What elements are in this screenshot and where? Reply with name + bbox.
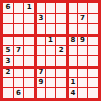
cell-r5c9[interactable]: [88, 46, 98, 56]
sudoku-board: 61371895723279164: [0, 0, 101, 101]
cell-r4c4[interactable]: [35, 35, 45, 45]
cell-r2c8[interactable]: 7: [78, 14, 88, 24]
cell-r5c2[interactable]: 7: [14, 46, 24, 56]
cell-r3c3[interactable]: [24, 24, 34, 34]
cell-r3c1[interactable]: [3, 24, 13, 34]
cell-r2c1[interactable]: [3, 14, 13, 24]
cell-r8c8[interactable]: [78, 78, 88, 88]
cell-r2c6[interactable]: [56, 14, 66, 24]
cell-r1c5[interactable]: [46, 3, 56, 13]
cell-r7c8[interactable]: [78, 67, 88, 77]
cell-r4c6[interactable]: [56, 35, 66, 45]
cell-r9c7[interactable]: 4: [67, 88, 77, 98]
cell-r7c7[interactable]: [67, 67, 77, 77]
cell-r1c7[interactable]: [67, 3, 77, 13]
cell-r9c5[interactable]: [46, 88, 56, 98]
cell-r8c3[interactable]: [24, 78, 34, 88]
cell-r6c6[interactable]: [56, 56, 66, 66]
cell-r8c9[interactable]: [88, 78, 98, 88]
cell-r6c2[interactable]: [14, 56, 24, 66]
cell-r3c7[interactable]: [67, 24, 77, 34]
cell-r8c7[interactable]: 1: [67, 78, 77, 88]
cell-r5c6[interactable]: 2: [56, 46, 66, 56]
cell-r1c8[interactable]: [78, 3, 88, 13]
cell-r5c1[interactable]: 5: [3, 46, 13, 56]
cell-r1c9[interactable]: [88, 3, 98, 13]
cell-r1c1[interactable]: 6: [3, 3, 13, 13]
cell-r3c2[interactable]: [14, 24, 24, 34]
cell-r8c2[interactable]: [14, 78, 24, 88]
cell-r2c4[interactable]: 3: [35, 14, 45, 24]
cell-r6c9[interactable]: [88, 56, 98, 66]
cell-r9c4[interactable]: [35, 88, 45, 98]
cell-r9c2[interactable]: 6: [14, 88, 24, 98]
cell-r3c4[interactable]: [35, 24, 45, 34]
cell-r5c5[interactable]: [46, 46, 56, 56]
cell-r9c3[interactable]: [24, 88, 34, 98]
cell-r7c3[interactable]: [24, 67, 34, 77]
cell-r3c6[interactable]: [56, 24, 66, 34]
cell-r5c4[interactable]: [35, 46, 45, 56]
cell-r6c5[interactable]: [46, 56, 56, 66]
cell-r1c3[interactable]: 1: [24, 3, 34, 13]
cell-r4c5[interactable]: 1: [46, 35, 56, 45]
cell-r3c8[interactable]: [78, 24, 88, 34]
cell-r7c1[interactable]: 2: [3, 67, 13, 77]
cell-r7c9[interactable]: [88, 67, 98, 77]
cell-r2c5[interactable]: [46, 14, 56, 24]
cell-r6c4[interactable]: [35, 56, 45, 66]
cell-r4c8[interactable]: 9: [78, 35, 88, 45]
cell-r9c9[interactable]: [88, 88, 98, 98]
cell-r4c3[interactable]: [24, 35, 34, 45]
cell-r2c2[interactable]: [14, 14, 24, 24]
cell-r9c6[interactable]: [56, 88, 66, 98]
cell-r6c1[interactable]: 3: [3, 56, 13, 66]
cell-r2c3[interactable]: [24, 14, 34, 24]
cell-r5c8[interactable]: [78, 46, 88, 56]
cell-r9c8[interactable]: [78, 88, 88, 98]
cell-r8c4[interactable]: 9: [35, 78, 45, 88]
cell-r4c1[interactable]: [3, 35, 13, 45]
cell-r4c2[interactable]: [14, 35, 24, 45]
cell-r1c2[interactable]: [14, 3, 24, 13]
cell-r5c3[interactable]: [24, 46, 34, 56]
cell-r4c7[interactable]: 8: [67, 35, 77, 45]
cell-r6c8[interactable]: [78, 56, 88, 66]
cell-r6c7[interactable]: [67, 56, 77, 66]
cell-r3c9[interactable]: [88, 24, 98, 34]
cell-r2c7[interactable]: [67, 14, 77, 24]
cell-r7c4[interactable]: 7: [35, 67, 45, 77]
cell-r1c6[interactable]: [56, 3, 66, 13]
cell-r2c9[interactable]: [88, 14, 98, 24]
cell-r8c5[interactable]: [46, 78, 56, 88]
cell-r7c5[interactable]: [46, 67, 56, 77]
cell-r8c6[interactable]: [56, 78, 66, 88]
cell-r1c4[interactable]: [35, 3, 45, 13]
cell-r4c9[interactable]: [88, 35, 98, 45]
cell-r9c1[interactable]: [3, 88, 13, 98]
cell-r8c1[interactable]: [3, 78, 13, 88]
cell-r7c6[interactable]: [56, 67, 66, 77]
cell-r6c3[interactable]: [24, 56, 34, 66]
cell-r5c7[interactable]: [67, 46, 77, 56]
cell-r3c5[interactable]: [46, 24, 56, 34]
cell-r7c2[interactable]: [14, 67, 24, 77]
